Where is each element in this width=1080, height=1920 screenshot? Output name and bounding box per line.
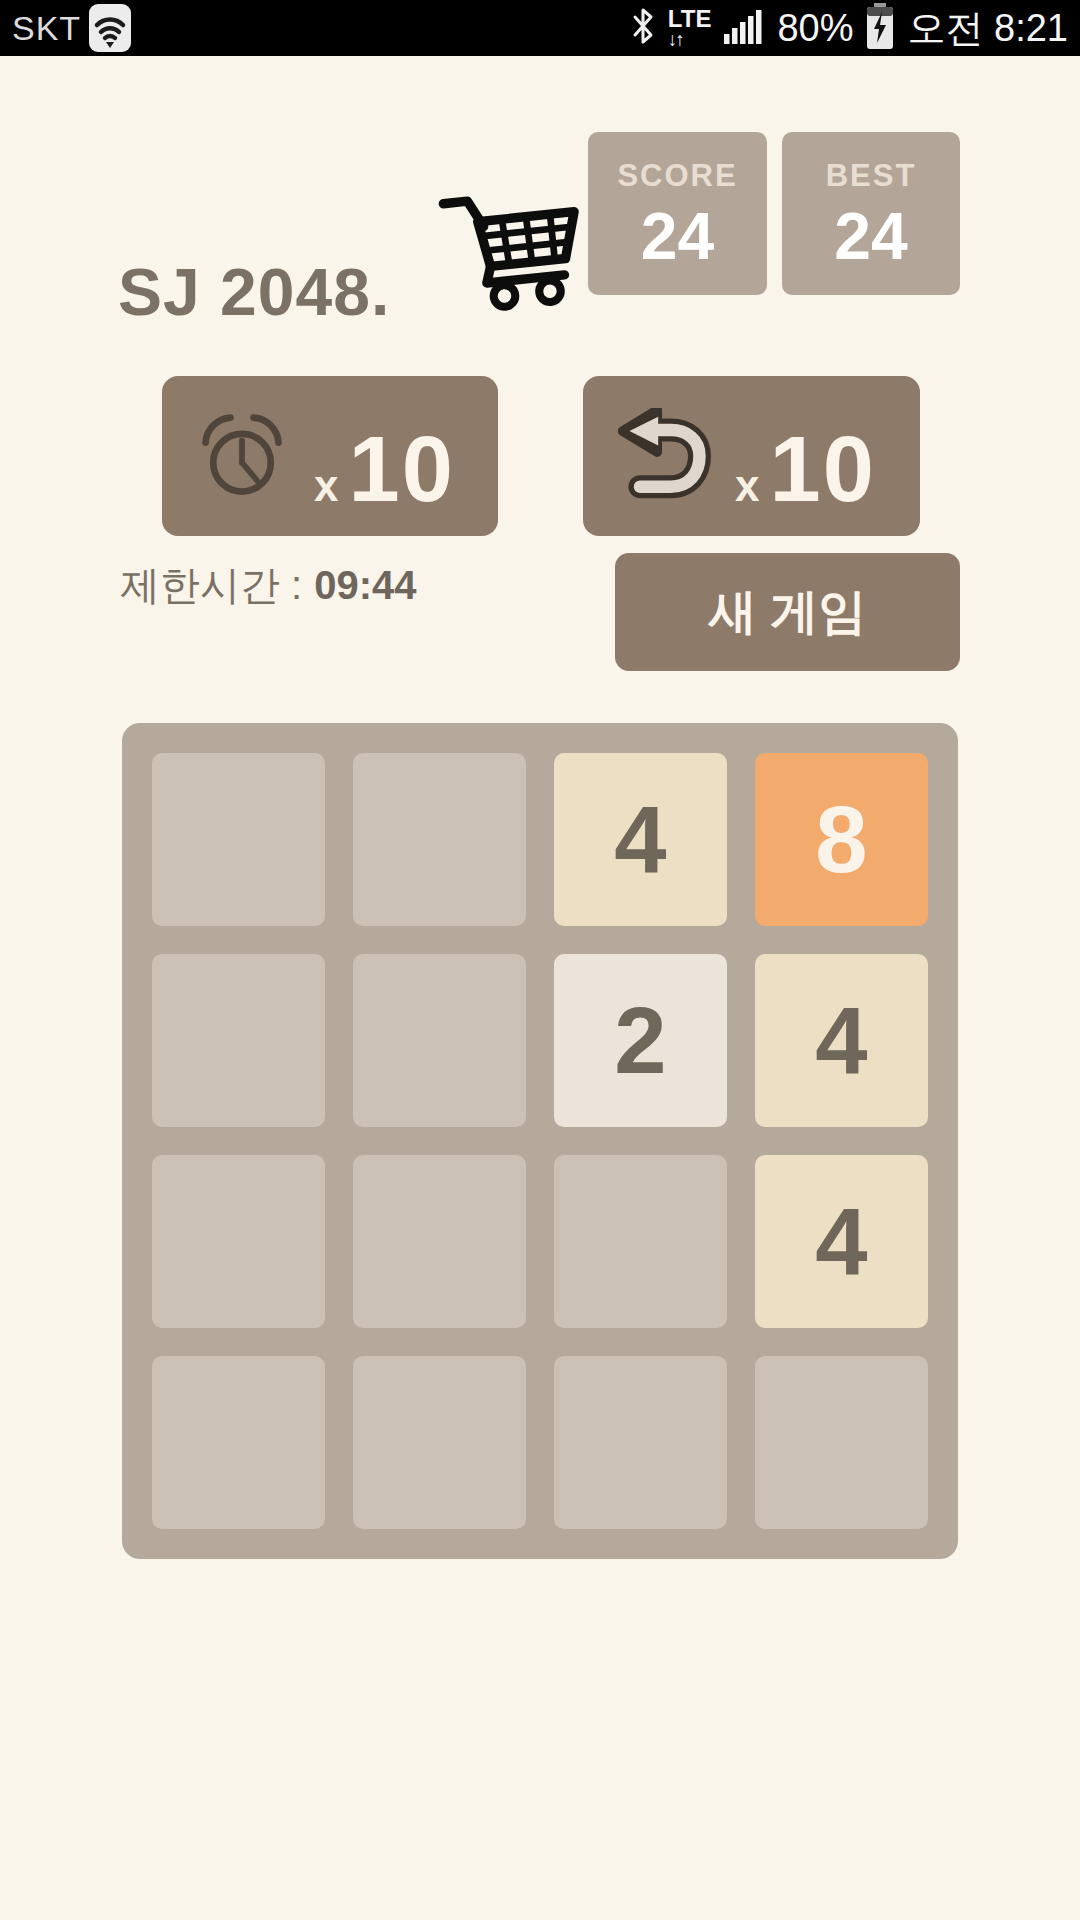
twifi-icon (89, 4, 131, 52)
tile-2-r2c3: 2 (554, 954, 727, 1127)
status-right-group: LTE ↓↑ 80% (631, 3, 1068, 54)
time-limit-label: 제한시간 : (120, 558, 302, 613)
time-booster-count: x 10 (314, 417, 455, 522)
time-booster-x: x (314, 461, 338, 511)
bluetooth-icon (631, 7, 655, 49)
empty-cell-r4c3 (554, 1356, 727, 1529)
undo-booster-x: x (735, 461, 759, 511)
battery-charging-icon (866, 3, 894, 53)
lte-arrows: ↓↑ (668, 30, 683, 49)
empty-cell-r1c1 (152, 753, 325, 926)
carrier-label: SKT (12, 9, 81, 48)
app-title: SJ 2048. (118, 254, 390, 330)
empty-cell-r3c3 (554, 1155, 727, 1328)
tile-4-r2c4: 4 (755, 954, 928, 1127)
new-game-button[interactable]: 새 게임 (615, 553, 960, 671)
best-value: 24 (834, 198, 907, 274)
new-game-label: 새 게임 (709, 580, 866, 644)
alarm-clock-icon (194, 408, 290, 504)
empty-cell-r4c4 (755, 1356, 928, 1529)
empty-cell-r4c2 (353, 1356, 526, 1529)
tile-4-r1c3: 4 (554, 753, 727, 926)
undo-booster-count: x 10 (735, 417, 876, 522)
time-booster-number: 10 (348, 417, 454, 522)
lte-label: LTE (668, 7, 712, 31)
empty-cell-r3c1 (152, 1155, 325, 1328)
time-limit-value: 09:44 (314, 563, 416, 608)
empty-cell-r2c1 (152, 954, 325, 1127)
app-screen: SKT LTE ↓↑ (0, 0, 1080, 1920)
score-value: 24 (641, 198, 714, 274)
score-label: SCORE (617, 158, 737, 194)
best-box: BEST 24 (782, 132, 960, 295)
tile-4-r3c4: 4 (755, 1155, 928, 1328)
best-label: BEST (826, 158, 917, 194)
signal-bars-icon (724, 8, 764, 48)
score-box: SCORE 24 (588, 132, 767, 295)
time-booster-button[interactable]: x 10 (162, 376, 498, 536)
time-limit-line: 제한시간 : 09:44 (120, 558, 417, 613)
clock-label: 오전 8:21 (907, 3, 1068, 54)
tile-8-r1c4: 8 (755, 753, 928, 926)
status-left-group: SKT (12, 4, 131, 52)
undo-arrow-icon (615, 408, 711, 504)
undo-booster-button[interactable]: x 10 (583, 376, 920, 536)
empty-cell-r4c1 (152, 1356, 325, 1529)
lte-updown-icon: LTE ↓↑ (668, 7, 712, 49)
empty-cell-r3c2 (353, 1155, 526, 1328)
battery-percent-label: 80% (777, 7, 853, 50)
undo-booster-number: 10 (769, 417, 875, 522)
empty-cell-r2c2 (353, 954, 526, 1127)
android-status-bar: SKT LTE ↓↑ (0, 0, 1080, 56)
shopping-cart-icon[interactable] (433, 169, 595, 322)
board-grid[interactable]: 48244 (122, 723, 958, 1559)
empty-cell-r1c2 (353, 753, 526, 926)
